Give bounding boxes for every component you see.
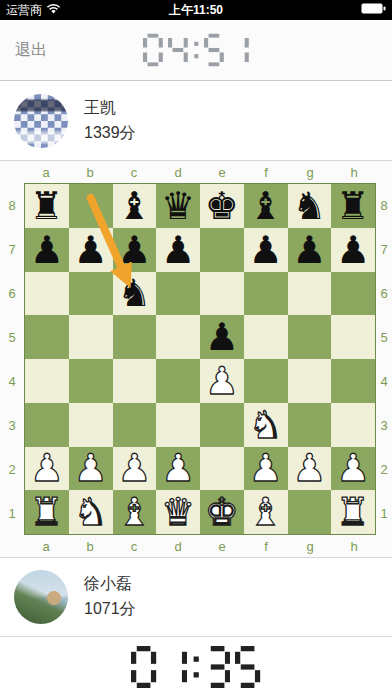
status-bar: 运营商 上午11:50 [0, 0, 392, 20]
clock-digit [192, 646, 200, 688]
white-pawn-piece: ♟ [74, 449, 108, 487]
player-avatar [14, 570, 68, 624]
wifi-icon [46, 3, 61, 17]
coord-label: g [288, 165, 332, 180]
square-d7[interactable]: ♟ [156, 228, 200, 272]
square-b7[interactable]: ♟ [69, 228, 113, 272]
black-pawn-piece: ♟ [74, 231, 108, 269]
clock-digit [131, 646, 156, 688]
square-f8[interactable]: ♝ [244, 184, 288, 228]
coord-label: 6 [0, 286, 24, 301]
coord-label: c [112, 165, 156, 180]
coord-label: 2 [376, 462, 392, 477]
coord-label: a [24, 165, 68, 180]
square-a7[interactable]: ♟ [25, 228, 69, 272]
square-c7[interactable]: ♟ [113, 228, 157, 272]
coord-label: 4 [376, 374, 392, 389]
square-c8[interactable]: ♝ [113, 184, 157, 228]
coord-label: d [156, 539, 200, 554]
square-b1[interactable]: ♞ [69, 490, 113, 534]
square-b5[interactable] [69, 315, 113, 359]
black-pawn-piece: ♟ [117, 231, 151, 269]
file-labels-bottom: abcdefgh [24, 535, 376, 557]
clock-digit [162, 646, 187, 688]
coord-label: 8 [0, 198, 24, 213]
square-e3[interactable] [200, 403, 244, 447]
square-h1[interactable]: ♜ [331, 490, 375, 534]
square-b3[interactable] [69, 403, 113, 447]
square-c4[interactable] [113, 359, 157, 403]
square-d3[interactable] [156, 403, 200, 447]
square-b6[interactable] [69, 272, 113, 316]
carrier-label: 运营商 [6, 2, 42, 19]
black-pawn-piece: ♟ [30, 231, 64, 269]
white-pawn-piece: ♟ [161, 449, 195, 487]
square-f3[interactable]: ♞ [244, 403, 288, 447]
square-a8[interactable]: ♜ [25, 184, 69, 228]
clock-digit [235, 646, 260, 688]
square-g4[interactable] [288, 359, 332, 403]
square-h4[interactable] [331, 359, 375, 403]
coord-label: 7 [376, 242, 392, 257]
white-rook-piece: ♜ [336, 493, 370, 531]
square-g6[interactable] [288, 272, 332, 316]
clock-digit [204, 34, 224, 67]
coord-label: c [112, 539, 156, 554]
square-h6[interactable] [331, 272, 375, 316]
square-d6[interactable] [156, 272, 200, 316]
square-h5[interactable] [331, 315, 375, 359]
white-pawn-piece: ♟ [336, 449, 370, 487]
white-queen-piece: ♛ [161, 493, 195, 531]
square-e1[interactable]: ♚ [200, 490, 244, 534]
black-knight-piece: ♞ [292, 187, 326, 225]
coord-label: h [332, 539, 376, 554]
square-c5[interactable] [113, 315, 157, 359]
square-f4[interactable] [244, 359, 288, 403]
coord-label: 2 [0, 462, 24, 477]
square-f6[interactable] [244, 272, 288, 316]
clock-digit [168, 34, 188, 67]
coord-label: f [244, 539, 288, 554]
opponent-avatar [14, 94, 68, 148]
square-d4[interactable] [156, 359, 200, 403]
coord-label: a [24, 539, 68, 554]
coord-label: 5 [376, 330, 392, 345]
chess-board: ♜♝♛♚♝♞♜♟♟♟♟♟♟♟♞♟♟♞♟♟♟♟♟♟♟♜♞♝♛♚♝♜ [24, 183, 376, 535]
square-d1[interactable]: ♛ [156, 490, 200, 534]
rank-labels-right: 87654321 [376, 183, 392, 535]
coord-label: 8 [376, 198, 392, 213]
player-clock [131, 646, 260, 688]
square-b4[interactable] [69, 359, 113, 403]
black-pawn-piece: ♟ [205, 318, 239, 356]
square-e2[interactable] [200, 447, 244, 491]
coord-label: 5 [0, 330, 24, 345]
white-pawn-piece: ♟ [249, 449, 283, 487]
square-h8[interactable]: ♜ [331, 184, 375, 228]
white-bishop-piece: ♝ [117, 493, 151, 531]
square-f7[interactable]: ♟ [244, 228, 288, 272]
coord-label: 1 [376, 506, 392, 521]
coord-label: h [332, 165, 376, 180]
black-rook-piece: ♜ [30, 187, 64, 225]
opponent-name: 王凯 [84, 98, 136, 119]
black-king-piece: ♚ [205, 187, 239, 225]
opponent-info-row: 王凯 1339分 [0, 81, 392, 161]
square-e6[interactable] [200, 272, 244, 316]
player-name: 徐小磊 [84, 574, 136, 595]
battery-icon [361, 3, 386, 17]
clock-digit [205, 646, 230, 688]
square-g3[interactable] [288, 403, 332, 447]
black-pawn-piece: ♟ [161, 231, 195, 269]
square-d5[interactable] [156, 315, 200, 359]
coord-label: 4 [0, 374, 24, 389]
white-pawn-piece: ♟ [205, 362, 239, 400]
square-g7[interactable]: ♟ [288, 228, 332, 272]
square-h2[interactable]: ♟ [331, 447, 375, 491]
square-a1[interactable]: ♜ [25, 490, 69, 534]
coord-label: 6 [376, 286, 392, 301]
square-g5[interactable] [288, 315, 332, 359]
square-h3[interactable] [331, 403, 375, 447]
clock-digit [229, 34, 249, 67]
coord-label: 3 [0, 418, 24, 433]
rank-labels-left: 87654321 [0, 183, 24, 535]
square-g8[interactable]: ♞ [288, 184, 332, 228]
square-a4[interactable] [25, 359, 69, 403]
square-a6[interactable] [25, 272, 69, 316]
coord-label: 3 [376, 418, 392, 433]
chess-app-screen: 运营商 上午11:50 退出 王凯 [0, 0, 392, 696]
black-queen-piece: ♛ [161, 187, 195, 225]
square-g1[interactable] [288, 490, 332, 534]
board-section: abcdefgh 87654321 ♜♝♛♚♝♞♜♟♟♟♟♟♟♟♞♟♟♞♟♟♟♟… [0, 161, 392, 557]
square-b8[interactable] [69, 184, 113, 228]
status-time: 上午11:50 [126, 2, 266, 19]
square-b2[interactable]: ♟ [69, 447, 113, 491]
nav-bar: 退出 [0, 20, 392, 81]
coord-label: d [156, 165, 200, 180]
square-a3[interactable] [25, 403, 69, 447]
square-h7[interactable]: ♟ [331, 228, 375, 272]
coord-label: f [244, 165, 288, 180]
square-e4[interactable]: ♟ [200, 359, 244, 403]
white-pawn-piece: ♟ [117, 449, 151, 487]
coord-label: g [288, 539, 332, 554]
white-knight-piece: ♞ [249, 406, 283, 444]
player-clock-area [0, 637, 392, 696]
square-c3[interactable] [113, 403, 157, 447]
white-rook-piece: ♜ [30, 493, 64, 531]
coord-label: b [68, 165, 112, 180]
opponent-rating: 1339分 [84, 123, 136, 144]
square-f2[interactable]: ♟ [244, 447, 288, 491]
square-f5[interactable] [244, 315, 288, 359]
square-c6[interactable]: ♞ [113, 272, 157, 316]
coord-label: 7 [0, 242, 24, 257]
square-a2[interactable]: ♟ [25, 447, 69, 491]
square-e5[interactable]: ♟ [200, 315, 244, 359]
file-labels-top: abcdefgh [24, 161, 376, 183]
player-info-row: 徐小磊 1071分 [0, 557, 392, 637]
coord-label: e [200, 539, 244, 554]
black-pawn-piece: ♟ [292, 231, 326, 269]
coord-label: 1 [0, 506, 24, 521]
square-g2[interactable]: ♟ [288, 447, 332, 491]
square-f1[interactable]: ♝ [244, 490, 288, 534]
coord-label: b [68, 539, 112, 554]
square-c1[interactable]: ♝ [113, 490, 157, 534]
black-bishop-piece: ♝ [117, 187, 151, 225]
black-pawn-piece: ♟ [249, 231, 283, 269]
white-pawn-piece: ♟ [292, 449, 326, 487]
square-a5[interactable] [25, 315, 69, 359]
square-e7[interactable] [200, 228, 244, 272]
white-king-piece: ♚ [205, 493, 239, 531]
black-knight-piece: ♞ [117, 274, 151, 312]
black-bishop-piece: ♝ [249, 187, 283, 225]
clock-digit [193, 34, 200, 67]
clock-digit [143, 34, 163, 67]
square-d2[interactable]: ♟ [156, 447, 200, 491]
white-bishop-piece: ♝ [249, 493, 283, 531]
square-c2[interactable]: ♟ [113, 447, 157, 491]
white-pawn-piece: ♟ [30, 449, 64, 487]
square-d8[interactable]: ♛ [156, 184, 200, 228]
white-knight-piece: ♞ [74, 493, 108, 531]
black-rook-piece: ♜ [336, 187, 370, 225]
square-e8[interactable]: ♚ [200, 184, 244, 228]
black-pawn-piece: ♟ [336, 231, 370, 269]
player-rating: 1071分 [84, 599, 136, 620]
opponent-clock [0, 34, 392, 67]
coord-label: e [200, 165, 244, 180]
